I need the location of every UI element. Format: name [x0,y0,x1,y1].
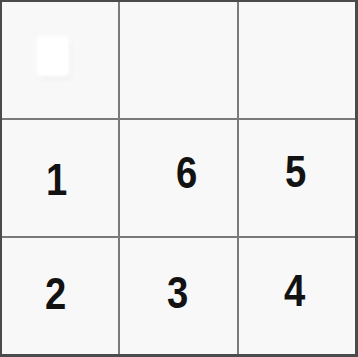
grid-cell-r1c3[interactable] [239,2,355,118]
puzzle-board: 165234 [0,0,358,357]
cell-number: 1 [46,157,67,202]
grid-cell-r2c1[interactable]: 1 [2,120,118,236]
cell-number: 3 [167,270,188,315]
grid-cell-r3c2[interactable]: 3 [120,238,236,354]
grid-cell-r1c1[interactable] [2,2,118,118]
cell-number: 5 [285,149,306,194]
grid-cell-r3c1[interactable]: 2 [2,238,118,354]
cell-number: 4 [284,268,305,313]
grid-cell-r3c3[interactable]: 4 [239,238,355,354]
grid-cell-r1c2[interactable] [120,2,236,118]
grid-cell-r2c3[interactable]: 5 [239,120,355,236]
cell-number: 6 [176,150,197,195]
erased-area [38,38,68,75]
cell-number: 2 [45,271,66,316]
grid-cell-r2c2[interactable]: 6 [120,120,236,236]
